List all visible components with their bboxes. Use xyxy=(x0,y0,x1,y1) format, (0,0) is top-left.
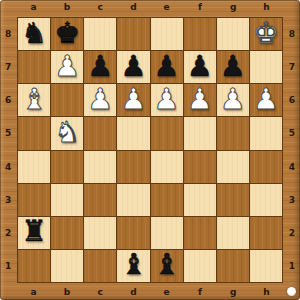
square-h3[interactable] xyxy=(250,184,282,216)
rank-label-5-left: 5 xyxy=(5,129,11,138)
square-b6[interactable] xyxy=(51,84,83,116)
square-g5[interactable] xyxy=(217,117,249,149)
file-label-d-bottom: d xyxy=(130,288,136,297)
square-h6[interactable]: ♟ xyxy=(250,84,282,116)
rank-label-5-right: 5 xyxy=(289,129,295,138)
square-d8[interactable] xyxy=(117,18,149,50)
rank-label-2-right: 2 xyxy=(289,229,295,238)
piece-black-pawn[interactable]: ♟ xyxy=(220,52,246,81)
square-a7[interactable] xyxy=(18,51,50,83)
piece-white-pawn[interactable]: ♟ xyxy=(154,85,180,114)
file-label-f-top: f xyxy=(198,3,202,12)
rank-label-1-left: 1 xyxy=(5,262,11,271)
square-d7[interactable]: ♟ xyxy=(117,51,149,83)
file-label-e-top: e xyxy=(164,3,170,12)
piece-black-pawn[interactable]: ♟ xyxy=(154,52,180,81)
square-e3[interactable] xyxy=(151,184,183,216)
square-g2[interactable] xyxy=(217,217,249,249)
square-c4[interactable] xyxy=(84,151,116,183)
rank-label-7-right: 7 xyxy=(289,62,295,71)
square-e7[interactable]: ♟ xyxy=(151,51,183,83)
square-a6[interactable]: ♝ xyxy=(18,84,50,116)
rank-label-8-right: 8 xyxy=(289,29,295,38)
square-e2[interactable] xyxy=(151,217,183,249)
file-label-h-top: h xyxy=(263,3,269,12)
piece-black-rook[interactable]: ♜ xyxy=(21,217,47,246)
square-c6[interactable]: ♟ xyxy=(84,84,116,116)
piece-white-knight[interactable]: ♞ xyxy=(54,118,80,147)
square-d6[interactable]: ♟ xyxy=(117,84,149,116)
square-d3[interactable] xyxy=(117,184,149,216)
square-g4[interactable] xyxy=(217,151,249,183)
square-g6[interactable]: ♟ xyxy=(217,84,249,116)
square-a1[interactable] xyxy=(18,250,50,282)
square-a4[interactable] xyxy=(18,151,50,183)
rank-label-6-right: 6 xyxy=(289,96,295,105)
square-g8[interactable] xyxy=(217,18,249,50)
square-f3[interactable] xyxy=(184,184,216,216)
board-grid: ♞♚♚♟♟♟♟♟♟♝♟♟♟♟♟♟♞♜♝♝ xyxy=(17,17,283,283)
rank-label-3-left: 3 xyxy=(5,195,11,204)
square-c2[interactable] xyxy=(84,217,116,249)
file-label-c-top: c xyxy=(97,3,102,12)
square-h2[interactable] xyxy=(250,217,282,249)
file-label-b-top: b xyxy=(64,3,70,12)
file-label-f-bottom: f xyxy=(198,288,202,297)
piece-black-knight[interactable]: ♞ xyxy=(21,19,47,48)
square-b1[interactable] xyxy=(51,250,83,282)
piece-white-king[interactable]: ♚ xyxy=(253,19,279,48)
square-e1[interactable]: ♝ xyxy=(151,250,183,282)
piece-white-bishop[interactable]: ♝ xyxy=(21,85,47,114)
piece-white-pawn[interactable]: ♟ xyxy=(120,85,146,114)
square-e5[interactable] xyxy=(151,117,183,149)
square-h5[interactable] xyxy=(250,117,282,149)
square-e4[interactable] xyxy=(151,151,183,183)
square-h1[interactable] xyxy=(250,250,282,282)
square-d4[interactable] xyxy=(117,151,149,183)
square-h4[interactable] xyxy=(250,151,282,183)
square-f4[interactable] xyxy=(184,151,216,183)
rank-label-3-right: 3 xyxy=(289,195,295,204)
square-g1[interactable] xyxy=(217,250,249,282)
square-f6[interactable]: ♟ xyxy=(184,84,216,116)
square-f8[interactable] xyxy=(184,18,216,50)
square-f5[interactable] xyxy=(184,117,216,149)
rank-label-2-left: 2 xyxy=(5,229,11,238)
file-label-g-top: g xyxy=(230,3,236,12)
piece-black-pawn[interactable]: ♟ xyxy=(87,52,113,81)
chess-board: ♞♚♚♟♟♟♟♟♟♝♟♟♟♟♟♟♞♜♝♝ aabbccddeeffgghh887… xyxy=(0,0,300,300)
square-e6[interactable]: ♟ xyxy=(151,84,183,116)
square-c7[interactable]: ♟ xyxy=(84,51,116,83)
piece-white-pawn[interactable]: ♟ xyxy=(187,85,213,114)
square-g3[interactable] xyxy=(217,184,249,216)
square-d5[interactable] xyxy=(117,117,149,149)
square-b5[interactable]: ♞ xyxy=(51,117,83,149)
square-h8[interactable]: ♚ xyxy=(250,18,282,50)
square-f7[interactable]: ♟ xyxy=(184,51,216,83)
file-label-h-bottom: h xyxy=(263,288,269,297)
square-a8[interactable]: ♞ xyxy=(18,18,50,50)
white-to-move-indicator-dot xyxy=(287,287,296,296)
square-a3[interactable] xyxy=(18,184,50,216)
rank-label-4-left: 4 xyxy=(5,162,11,171)
rank-label-6-left: 6 xyxy=(5,96,11,105)
file-label-a-top: a xyxy=(31,3,37,12)
piece-white-pawn[interactable]: ♟ xyxy=(87,85,113,114)
piece-black-bishop[interactable]: ♝ xyxy=(154,250,180,279)
square-b2[interactable] xyxy=(51,217,83,249)
rank-label-8-left: 8 xyxy=(5,29,11,38)
file-label-e-bottom: e xyxy=(164,288,170,297)
piece-white-pawn[interactable]: ♟ xyxy=(54,52,80,81)
file-label-a-bottom: a xyxy=(31,288,37,297)
file-label-d-top: d xyxy=(130,3,136,12)
piece-white-pawn[interactable]: ♟ xyxy=(253,85,279,114)
file-label-c-bottom: c xyxy=(97,288,102,297)
rank-label-4-right: 4 xyxy=(289,162,295,171)
square-f1[interactable] xyxy=(184,250,216,282)
piece-white-pawn[interactable]: ♟ xyxy=(220,85,246,114)
piece-black-pawn[interactable]: ♟ xyxy=(187,52,213,81)
square-a2[interactable]: ♜ xyxy=(18,217,50,249)
square-e8[interactable] xyxy=(151,18,183,50)
piece-black-pawn[interactable]: ♟ xyxy=(120,52,146,81)
rank-label-1-right: 1 xyxy=(289,262,295,271)
square-g7[interactable]: ♟ xyxy=(217,51,249,83)
square-d2[interactable] xyxy=(117,217,149,249)
square-b7[interactable]: ♟ xyxy=(51,51,83,83)
square-d1[interactable]: ♝ xyxy=(117,250,149,282)
file-label-g-bottom: g xyxy=(230,288,236,297)
square-h7[interactable] xyxy=(250,51,282,83)
file-label-b-bottom: b xyxy=(64,288,70,297)
piece-black-bishop[interactable]: ♝ xyxy=(120,250,146,279)
square-c5[interactable] xyxy=(84,117,116,149)
square-c8[interactable] xyxy=(84,18,116,50)
square-c3[interactable] xyxy=(84,184,116,216)
square-f2[interactable] xyxy=(184,217,216,249)
square-b4[interactable] xyxy=(51,151,83,183)
square-a5[interactable] xyxy=(18,117,50,149)
square-c1[interactable] xyxy=(84,250,116,282)
rank-label-7-left: 7 xyxy=(5,62,11,71)
square-b8[interactable]: ♚ xyxy=(51,18,83,50)
square-b3[interactable] xyxy=(51,184,83,216)
piece-black-king[interactable]: ♚ xyxy=(54,19,80,48)
